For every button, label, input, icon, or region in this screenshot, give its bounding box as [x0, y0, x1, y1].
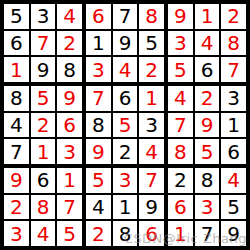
cell-r7c7[interactable]: 2	[168, 168, 193, 193]
cell-r9c1[interactable]: 3	[4, 221, 29, 246]
cell-r9c3[interactable]: 5	[57, 221, 82, 246]
cell-r2c6[interactable]: 5	[139, 31, 164, 56]
cell-r4c7[interactable]: 4	[168, 86, 193, 111]
cell-r1c3[interactable]: 4	[57, 4, 82, 29]
cell-r2c3[interactable]: 2	[57, 31, 82, 56]
cell-r1c4[interactable]: 6	[86, 4, 111, 29]
cell-r7c9[interactable]: 4	[221, 168, 246, 193]
cell-r4c6[interactable]: 1	[139, 86, 164, 111]
cell-r1c8[interactable]: 1	[195, 4, 220, 29]
cell-r6c1[interactable]: 7	[4, 139, 29, 164]
cell-r1c7[interactable]: 9	[168, 4, 193, 29]
cell-r2c4[interactable]: 1	[86, 31, 111, 56]
cell-r8c1[interactable]: 2	[4, 195, 29, 220]
cell-r1c1[interactable]: 5	[4, 4, 29, 29]
cell-r6c5[interactable]: 2	[113, 139, 138, 164]
cell-r6c6[interactable]: 4	[139, 139, 164, 164]
cell-r6c8[interactable]: 5	[195, 139, 220, 164]
cell-r2c1[interactable]: 6	[4, 31, 29, 56]
box-3: 912348567	[168, 4, 246, 82]
cell-r8c5[interactable]: 1	[113, 195, 138, 220]
cell-r9c7[interactable]: 1	[168, 221, 193, 246]
cell-r3c8[interactable]: 6	[195, 57, 220, 82]
cell-r4c8[interactable]: 2	[195, 86, 220, 111]
cell-r6c7[interactable]: 8	[168, 139, 193, 164]
cell-r1c5[interactable]: 7	[113, 4, 138, 29]
cell-r7c3[interactable]: 1	[57, 168, 82, 193]
cell-r9c4[interactable]: 2	[86, 221, 111, 246]
box-1: 534672198	[4, 4, 82, 82]
cell-r9c9[interactable]: 9	[221, 221, 246, 246]
cell-r7c5[interactable]: 3	[113, 168, 138, 193]
cell-r9c8[interactable]: 7	[195, 221, 220, 246]
cell-r5c8[interactable]: 9	[195, 113, 220, 138]
box-2: 678195342	[86, 4, 164, 82]
cell-r9c6[interactable]: 6	[139, 221, 164, 246]
cell-r8c9[interactable]: 5	[221, 195, 246, 220]
cell-r3c4[interactable]: 3	[86, 57, 111, 82]
cell-r7c2[interactable]: 6	[31, 168, 56, 193]
cell-r8c7[interactable]: 6	[168, 195, 193, 220]
cell-r2c7[interactable]: 3	[168, 31, 193, 56]
box-6: 423791856	[168, 86, 246, 164]
cell-r8c3[interactable]: 7	[57, 195, 82, 220]
cell-r4c5[interactable]: 6	[113, 86, 138, 111]
box-5: 761853924	[86, 86, 164, 164]
cell-r5c5[interactable]: 5	[113, 113, 138, 138]
cell-r6c2[interactable]: 1	[31, 139, 56, 164]
cell-r5c2[interactable]: 2	[31, 113, 56, 138]
cell-r8c6[interactable]: 9	[139, 195, 164, 220]
box-9: 284635179	[168, 168, 246, 246]
cell-r3c2[interactable]: 9	[31, 57, 56, 82]
cell-r1c2[interactable]: 3	[31, 4, 56, 29]
cell-r8c4[interactable]: 4	[86, 195, 111, 220]
cell-r5c3[interactable]: 6	[57, 113, 82, 138]
cell-r4c4[interactable]: 7	[86, 86, 111, 111]
cell-r3c5[interactable]: 4	[113, 57, 138, 82]
cell-r9c5[interactable]: 8	[113, 221, 138, 246]
cell-r4c2[interactable]: 5	[31, 86, 56, 111]
cell-r1c6[interactable]: 8	[139, 4, 164, 29]
cell-r8c2[interactable]: 8	[31, 195, 56, 220]
cell-r1c9[interactable]: 2	[221, 4, 246, 29]
cell-r2c9[interactable]: 8	[221, 31, 246, 56]
cell-r7c8[interactable]: 8	[195, 168, 220, 193]
sudoku-screenshot: 5346721986781953429123485678594267137618…	[0, 0, 250, 250]
cell-r3c1[interactable]: 1	[4, 57, 29, 82]
cell-r5c7[interactable]: 7	[168, 113, 193, 138]
cell-r5c4[interactable]: 8	[86, 113, 111, 138]
cell-r6c3[interactable]: 3	[57, 139, 82, 164]
cell-r3c7[interactable]: 5	[168, 57, 193, 82]
cell-r4c1[interactable]: 8	[4, 86, 29, 111]
box-8: 537419286	[86, 168, 164, 246]
cell-r2c5[interactable]: 9	[113, 31, 138, 56]
sudoku-board: 5346721986781953429123485678594267137618…	[0, 0, 250, 250]
cell-r3c3[interactable]: 8	[57, 57, 82, 82]
cell-r4c9[interactable]: 3	[221, 86, 246, 111]
box-4: 859426713	[4, 86, 82, 164]
cell-r5c6[interactable]: 3	[139, 113, 164, 138]
cell-r8c8[interactable]: 3	[195, 195, 220, 220]
cell-r9c2[interactable]: 4	[31, 221, 56, 246]
cell-r7c1[interactable]: 9	[4, 168, 29, 193]
cell-r3c9[interactable]: 7	[221, 57, 246, 82]
cell-r2c8[interactable]: 4	[195, 31, 220, 56]
cell-r5c1[interactable]: 4	[4, 113, 29, 138]
cell-r6c4[interactable]: 9	[86, 139, 111, 164]
box-7: 961287345	[4, 168, 82, 246]
cell-r7c4[interactable]: 5	[86, 168, 111, 193]
cell-r3c6[interactable]: 2	[139, 57, 164, 82]
cell-r4c3[interactable]: 9	[57, 86, 82, 111]
cell-r6c9[interactable]: 6	[221, 139, 246, 164]
cell-r7c6[interactable]: 7	[139, 168, 164, 193]
cell-r5c9[interactable]: 1	[221, 113, 246, 138]
cell-r2c2[interactable]: 7	[31, 31, 56, 56]
